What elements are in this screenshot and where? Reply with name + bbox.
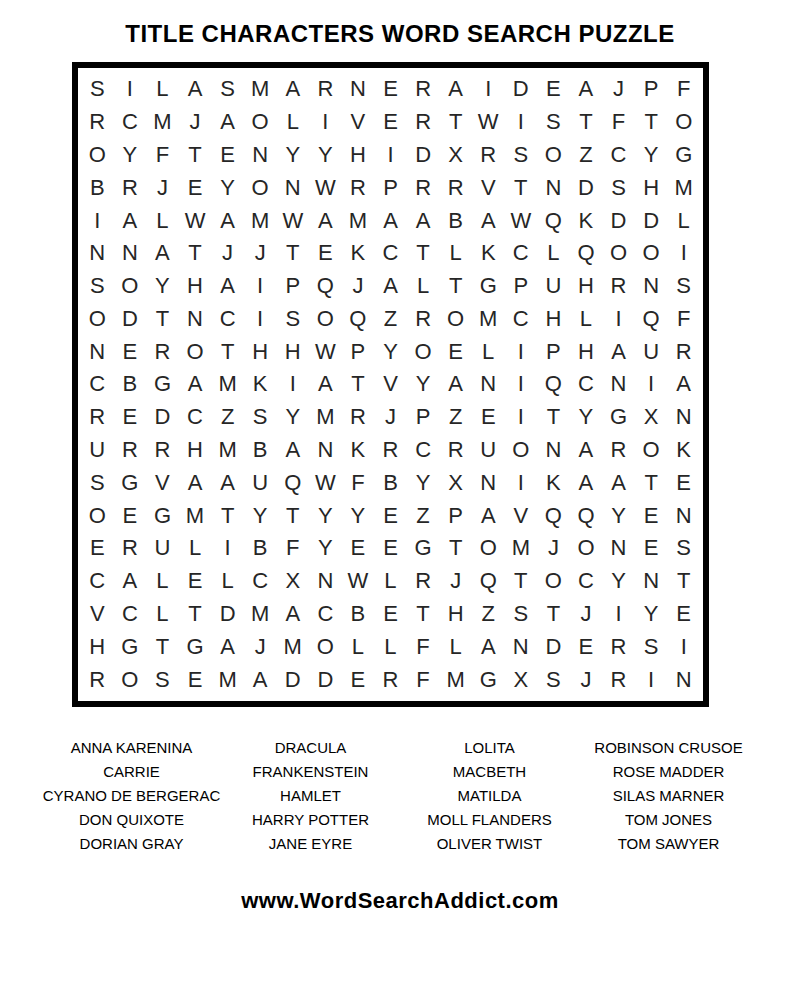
- grid-cell-r3c19[interactable]: G: [667, 139, 700, 172]
- grid-cell-r4c12[interactable]: R: [439, 171, 472, 204]
- grid-cell-r13c16[interactable]: A: [570, 466, 603, 499]
- grid-cell-r3c7[interactable]: Y: [276, 139, 309, 172]
- grid-cell-r11c7[interactable]: Y: [276, 401, 309, 434]
- grid-cell-r15c4[interactable]: L: [179, 532, 212, 565]
- grid-cell-r14c8[interactable]: Y: [309, 499, 342, 532]
- grid-cell-r10c9[interactable]: T: [342, 368, 375, 401]
- grid-cell-r13c18[interactable]: T: [635, 466, 668, 499]
- grid-cell-r1c6[interactable]: M: [244, 73, 277, 106]
- grid-cell-r6c13[interactable]: K: [472, 237, 505, 270]
- grid-cell-r11c4[interactable]: C: [179, 401, 212, 434]
- grid-cell-r15c18[interactable]: E: [635, 532, 668, 565]
- grid-cell-r12c1[interactable]: U: [81, 434, 114, 467]
- grid-cell-r7c3[interactable]: Y: [146, 270, 179, 303]
- grid-cell-r12c19[interactable]: K: [667, 434, 700, 467]
- grid-cell-r1c7[interactable]: A: [276, 73, 309, 106]
- grid-cell-r8c17[interactable]: I: [602, 303, 635, 336]
- grid-cell-r8c14[interactable]: C: [505, 303, 538, 336]
- grid-cell-r13c8[interactable]: W: [309, 466, 342, 499]
- grid-cell-r10c14[interactable]: I: [505, 368, 538, 401]
- grid-cell-r1c1[interactable]: S: [81, 73, 114, 106]
- grid-cell-r12c7[interactable]: A: [276, 434, 309, 467]
- grid-cell-r18c1[interactable]: H: [81, 630, 114, 663]
- grid-cell-r15c13[interactable]: O: [472, 532, 505, 565]
- grid-cell-r17c11[interactable]: T: [407, 598, 440, 631]
- grid-cell-r2c17[interactable]: F: [602, 106, 635, 139]
- grid-cell-r3c10[interactable]: I: [374, 139, 407, 172]
- grid-cell-r2c10[interactable]: E: [374, 106, 407, 139]
- grid-cell-r19c19[interactable]: N: [667, 663, 700, 696]
- grid-cell-r12c2[interactable]: R: [114, 434, 147, 467]
- grid-cell-r8c8[interactable]: O: [309, 303, 342, 336]
- grid-cell-r7c7[interactable]: P: [276, 270, 309, 303]
- grid-cell-r9c14[interactable]: I: [505, 335, 538, 368]
- grid-cell-r18c5[interactable]: A: [211, 630, 244, 663]
- grid-cell-r4c17[interactable]: S: [602, 171, 635, 204]
- grid-cell-r4c13[interactable]: V: [472, 171, 505, 204]
- grid-cell-r4c15[interactable]: N: [537, 171, 570, 204]
- grid-cell-r8c1[interactable]: O: [81, 303, 114, 336]
- grid-cell-r5c1[interactable]: I: [81, 204, 114, 237]
- grid-cell-r8c10[interactable]: Z: [374, 303, 407, 336]
- grid-cell-r2c15[interactable]: S: [537, 106, 570, 139]
- grid-cell-r18c9[interactable]: L: [342, 630, 375, 663]
- grid-cell-r17c5[interactable]: D: [211, 598, 244, 631]
- grid-cell-r19c9[interactable]: E: [342, 663, 375, 696]
- grid-cell-r19c11[interactable]: F: [407, 663, 440, 696]
- grid-cell-r4c4[interactable]: E: [179, 171, 212, 204]
- grid-cell-r10c7[interactable]: I: [276, 368, 309, 401]
- grid-cell-r3c9[interactable]: H: [342, 139, 375, 172]
- grid-cell-r18c13[interactable]: A: [472, 630, 505, 663]
- grid-cell-r15c16[interactable]: O: [570, 532, 603, 565]
- grid-cell-r9c17[interactable]: A: [602, 335, 635, 368]
- grid-cell-r5c19[interactable]: L: [667, 204, 700, 237]
- grid-cell-r12c12[interactable]: R: [439, 434, 472, 467]
- grid-cell-r15c7[interactable]: F: [276, 532, 309, 565]
- grid-cell-r9c9[interactable]: P: [342, 335, 375, 368]
- grid-cell-r6c15[interactable]: L: [537, 237, 570, 270]
- grid-cell-r7c9[interactable]: J: [342, 270, 375, 303]
- grid-cell-r6c4[interactable]: T: [179, 237, 212, 270]
- grid-cell-r12c10[interactable]: R: [374, 434, 407, 467]
- grid-cell-r17c1[interactable]: V: [81, 598, 114, 631]
- grid-cell-r15c5[interactable]: I: [211, 532, 244, 565]
- grid-cell-r7c17[interactable]: R: [602, 270, 635, 303]
- grid-cell-r18c8[interactable]: O: [309, 630, 342, 663]
- grid-cell-r2c13[interactable]: W: [472, 106, 505, 139]
- grid-cell-r7c8[interactable]: Q: [309, 270, 342, 303]
- grid-cell-r10c2[interactable]: B: [114, 368, 147, 401]
- grid-cell-r11c6[interactable]: S: [244, 401, 277, 434]
- grid-cell-r11c3[interactable]: D: [146, 401, 179, 434]
- grid-cell-r6c1[interactable]: N: [81, 237, 114, 270]
- grid-cell-r15c1[interactable]: E: [81, 532, 114, 565]
- grid-cell-r10c10[interactable]: V: [374, 368, 407, 401]
- grid-cell-r5c16[interactable]: K: [570, 204, 603, 237]
- grid-cell-r6c11[interactable]: T: [407, 237, 440, 270]
- grid-cell-r16c5[interactable]: L: [211, 565, 244, 598]
- grid-cell-r6c14[interactable]: C: [505, 237, 538, 270]
- grid-cell-r5c14[interactable]: W: [505, 204, 538, 237]
- grid-cell-r2c5[interactable]: A: [211, 106, 244, 139]
- grid-cell-r17c4[interactable]: T: [179, 598, 212, 631]
- grid-cell-r7c11[interactable]: L: [407, 270, 440, 303]
- grid-cell-r12c17[interactable]: R: [602, 434, 635, 467]
- grid-cell-r3c6[interactable]: N: [244, 139, 277, 172]
- grid-cell-r11c2[interactable]: E: [114, 401, 147, 434]
- grid-cell-r7c13[interactable]: G: [472, 270, 505, 303]
- grid-cell-r9c7[interactable]: H: [276, 335, 309, 368]
- grid-cell-r1c11[interactable]: R: [407, 73, 440, 106]
- grid-cell-r10c6[interactable]: K: [244, 368, 277, 401]
- grid-cell-r12c4[interactable]: H: [179, 434, 212, 467]
- grid-cell-r11c14[interactable]: I: [505, 401, 538, 434]
- grid-cell-r18c10[interactable]: L: [374, 630, 407, 663]
- grid-cell-r4c8[interactable]: W: [309, 171, 342, 204]
- grid-cell-r13c5[interactable]: A: [211, 466, 244, 499]
- grid-cell-r3c4[interactable]: T: [179, 139, 212, 172]
- grid-cell-r18c6[interactable]: J: [244, 630, 277, 663]
- grid-cell-r14c14[interactable]: V: [505, 499, 538, 532]
- grid-cell-r5c11[interactable]: A: [407, 204, 440, 237]
- grid-cell-r7c16[interactable]: H: [570, 270, 603, 303]
- grid-cell-r3c3[interactable]: F: [146, 139, 179, 172]
- grid-cell-r1c10[interactable]: E: [374, 73, 407, 106]
- grid-cell-r5c3[interactable]: L: [146, 204, 179, 237]
- grid-cell-r6c8[interactable]: E: [309, 237, 342, 270]
- grid-cell-r17c8[interactable]: C: [309, 598, 342, 631]
- grid-cell-r18c3[interactable]: T: [146, 630, 179, 663]
- grid-cell-r14c13[interactable]: A: [472, 499, 505, 532]
- grid-cell-r18c17[interactable]: R: [602, 630, 635, 663]
- grid-cell-r13c14[interactable]: I: [505, 466, 538, 499]
- grid-cell-r14c12[interactable]: P: [439, 499, 472, 532]
- grid-cell-r12c14[interactable]: O: [505, 434, 538, 467]
- grid-cell-r15c17[interactable]: N: [602, 532, 635, 565]
- grid-cell-r16c9[interactable]: W: [342, 565, 375, 598]
- grid-cell-r10c17[interactable]: N: [602, 368, 635, 401]
- grid-cell-r1c2[interactable]: I: [114, 73, 147, 106]
- grid-cell-r9c10[interactable]: Y: [374, 335, 407, 368]
- grid-cell-r16c10[interactable]: L: [374, 565, 407, 598]
- grid-cell-r6c5[interactable]: J: [211, 237, 244, 270]
- grid-cell-r8c16[interactable]: L: [570, 303, 603, 336]
- grid-cell-r10c15[interactable]: Q: [537, 368, 570, 401]
- grid-cell-r14c1[interactable]: O: [81, 499, 114, 532]
- grid-cell-r4c5[interactable]: Y: [211, 171, 244, 204]
- grid-cell-r2c6[interactable]: O: [244, 106, 277, 139]
- grid-cell-r13c12[interactable]: X: [439, 466, 472, 499]
- grid-cell-r3c15[interactable]: O: [537, 139, 570, 172]
- grid-cell-r19c16[interactable]: J: [570, 663, 603, 696]
- grid-cell-r8c11[interactable]: R: [407, 303, 440, 336]
- grid-cell-r14c16[interactable]: Q: [570, 499, 603, 532]
- grid-cell-r17c15[interactable]: T: [537, 598, 570, 631]
- grid-cell-r6c10[interactable]: C: [374, 237, 407, 270]
- grid-cell-r1c18[interactable]: P: [635, 73, 668, 106]
- grid-cell-r11c19[interactable]: N: [667, 401, 700, 434]
- grid-cell-r13c3[interactable]: V: [146, 466, 179, 499]
- grid-cell-r4c10[interactable]: P: [374, 171, 407, 204]
- grid-cell-r6c6[interactable]: J: [244, 237, 277, 270]
- grid-cell-r18c4[interactable]: G: [179, 630, 212, 663]
- grid-cell-r10c3[interactable]: G: [146, 368, 179, 401]
- grid-cell-r19c4[interactable]: E: [179, 663, 212, 696]
- grid-cell-r16c13[interactable]: Q: [472, 565, 505, 598]
- grid-cell-r18c14[interactable]: N: [505, 630, 538, 663]
- grid-cell-r5c18[interactable]: D: [635, 204, 668, 237]
- grid-cell-r4c7[interactable]: N: [276, 171, 309, 204]
- grid-cell-r16c3[interactable]: L: [146, 565, 179, 598]
- grid-cell-r10c11[interactable]: Y: [407, 368, 440, 401]
- grid-cell-r2c16[interactable]: T: [570, 106, 603, 139]
- grid-cell-r14c17[interactable]: Y: [602, 499, 635, 532]
- grid-cell-r11c12[interactable]: Z: [439, 401, 472, 434]
- grid-cell-r10c1[interactable]: C: [81, 368, 114, 401]
- grid-cell-r16c12[interactable]: J: [439, 565, 472, 598]
- grid-cell-r17c16[interactable]: J: [570, 598, 603, 631]
- grid-cell-r5c10[interactable]: A: [374, 204, 407, 237]
- grid-cell-r16c19[interactable]: T: [667, 565, 700, 598]
- grid-cell-r3c2[interactable]: Y: [114, 139, 147, 172]
- grid-cell-r2c7[interactable]: L: [276, 106, 309, 139]
- grid-cell-r8c9[interactable]: Q: [342, 303, 375, 336]
- grid-cell-r5c5[interactable]: A: [211, 204, 244, 237]
- grid-cell-r8c12[interactable]: O: [439, 303, 472, 336]
- grid-cell-r8c2[interactable]: D: [114, 303, 147, 336]
- grid-cell-r17c3[interactable]: L: [146, 598, 179, 631]
- grid-cell-r17c14[interactable]: S: [505, 598, 538, 631]
- grid-cell-r6c2[interactable]: N: [114, 237, 147, 270]
- grid-cell-r16c18[interactable]: N: [635, 565, 668, 598]
- grid-cell-r7c5[interactable]: A: [211, 270, 244, 303]
- grid-cell-r7c14[interactable]: P: [505, 270, 538, 303]
- grid-cell-r11c11[interactable]: P: [407, 401, 440, 434]
- grid-cell-r2c14[interactable]: I: [505, 106, 538, 139]
- grid-cell-r19c3[interactable]: S: [146, 663, 179, 696]
- grid-cell-r10c4[interactable]: A: [179, 368, 212, 401]
- grid-cell-r12c11[interactable]: C: [407, 434, 440, 467]
- grid-cell-r11c18[interactable]: X: [635, 401, 668, 434]
- grid-cell-r14c5[interactable]: T: [211, 499, 244, 532]
- grid-cell-r17c18[interactable]: Y: [635, 598, 668, 631]
- grid-cell-r15c19[interactable]: S: [667, 532, 700, 565]
- grid-cell-r9c2[interactable]: E: [114, 335, 147, 368]
- grid-cell-r14c3[interactable]: G: [146, 499, 179, 532]
- grid-cell-r9c16[interactable]: H: [570, 335, 603, 368]
- grid-cell-r6c19[interactable]: I: [667, 237, 700, 270]
- grid-cell-r11c5[interactable]: Z: [211, 401, 244, 434]
- grid-cell-r18c11[interactable]: F: [407, 630, 440, 663]
- grid-cell-r11c16[interactable]: Y: [570, 401, 603, 434]
- grid-cell-r1c17[interactable]: J: [602, 73, 635, 106]
- grid-cell-r13c1[interactable]: S: [81, 466, 114, 499]
- grid-cell-r7c10[interactable]: A: [374, 270, 407, 303]
- grid-cell-r15c3[interactable]: U: [146, 532, 179, 565]
- grid-cell-r7c4[interactable]: H: [179, 270, 212, 303]
- grid-cell-r7c15[interactable]: U: [537, 270, 570, 303]
- grid-cell-r3c1[interactable]: O: [81, 139, 114, 172]
- grid-cell-r16c15[interactable]: O: [537, 565, 570, 598]
- grid-cell-r2c8[interactable]: I: [309, 106, 342, 139]
- grid-cell-r2c4[interactable]: J: [179, 106, 212, 139]
- grid-cell-r11c9[interactable]: R: [342, 401, 375, 434]
- grid-cell-r11c1[interactable]: R: [81, 401, 114, 434]
- grid-cell-r19c7[interactable]: D: [276, 663, 309, 696]
- grid-cell-r13c17[interactable]: A: [602, 466, 635, 499]
- grid-cell-r15c2[interactable]: R: [114, 532, 147, 565]
- grid-cell-r5c12[interactable]: B: [439, 204, 472, 237]
- grid-cell-r6c17[interactable]: O: [602, 237, 635, 270]
- grid-cell-r6c9[interactable]: K: [342, 237, 375, 270]
- grid-cell-r18c7[interactable]: M: [276, 630, 309, 663]
- grid-cell-r1c5[interactable]: S: [211, 73, 244, 106]
- grid-cell-r8c13[interactable]: M: [472, 303, 505, 336]
- grid-cell-r4c11[interactable]: R: [407, 171, 440, 204]
- grid-cell-r6c7[interactable]: T: [276, 237, 309, 270]
- grid-cell-r18c18[interactable]: S: [635, 630, 668, 663]
- grid-cell-r17c19[interactable]: E: [667, 598, 700, 631]
- grid-cell-r8c15[interactable]: H: [537, 303, 570, 336]
- grid-cell-r16c6[interactable]: C: [244, 565, 277, 598]
- grid-cell-r12c16[interactable]: A: [570, 434, 603, 467]
- grid-cell-r1c15[interactable]: E: [537, 73, 570, 106]
- grid-cell-r14c9[interactable]: Y: [342, 499, 375, 532]
- grid-cell-r8c19[interactable]: F: [667, 303, 700, 336]
- grid-cell-r18c2[interactable]: G: [114, 630, 147, 663]
- grid-cell-r9c5[interactable]: T: [211, 335, 244, 368]
- grid-cell-r16c2[interactable]: A: [114, 565, 147, 598]
- grid-cell-r2c9[interactable]: V: [342, 106, 375, 139]
- grid-cell-r8c4[interactable]: N: [179, 303, 212, 336]
- grid-cell-r16c14[interactable]: T: [505, 565, 538, 598]
- grid-cell-r4c2[interactable]: R: [114, 171, 147, 204]
- grid-cell-r4c18[interactable]: H: [635, 171, 668, 204]
- grid-cell-r18c19[interactable]: I: [667, 630, 700, 663]
- grid-cell-r11c15[interactable]: T: [537, 401, 570, 434]
- grid-cell-r4c16[interactable]: D: [570, 171, 603, 204]
- grid-cell-r3c13[interactable]: R: [472, 139, 505, 172]
- grid-cell-r6c16[interactable]: Q: [570, 237, 603, 270]
- grid-cell-r2c19[interactable]: O: [667, 106, 700, 139]
- grid-cell-r9c1[interactable]: N: [81, 335, 114, 368]
- grid-cell-r1c3[interactable]: L: [146, 73, 179, 106]
- grid-cell-r1c16[interactable]: A: [570, 73, 603, 106]
- grid-cell-r19c14[interactable]: X: [505, 663, 538, 696]
- grid-cell-r9c11[interactable]: O: [407, 335, 440, 368]
- grid-cell-r1c13[interactable]: I: [472, 73, 505, 106]
- grid-cell-r3c14[interactable]: S: [505, 139, 538, 172]
- grid-cell-r16c11[interactable]: R: [407, 565, 440, 598]
- grid-cell-r13c11[interactable]: Y: [407, 466, 440, 499]
- grid-cell-r2c2[interactable]: C: [114, 106, 147, 139]
- grid-cell-r12c9[interactable]: K: [342, 434, 375, 467]
- grid-cell-r9c18[interactable]: U: [635, 335, 668, 368]
- grid-cell-r11c13[interactable]: E: [472, 401, 505, 434]
- grid-cell-r17c17[interactable]: I: [602, 598, 635, 631]
- grid-cell-r6c18[interactable]: O: [635, 237, 668, 270]
- grid-cell-r16c4[interactable]: E: [179, 565, 212, 598]
- grid-cell-r11c8[interactable]: M: [309, 401, 342, 434]
- grid-cell-r4c19[interactable]: M: [667, 171, 700, 204]
- grid-cell-r12c18[interactable]: O: [635, 434, 668, 467]
- grid-cell-r3c8[interactable]: Y: [309, 139, 342, 172]
- grid-cell-r18c15[interactable]: D: [537, 630, 570, 663]
- grid-cell-r9c4[interactable]: O: [179, 335, 212, 368]
- grid-cell-r12c3[interactable]: R: [146, 434, 179, 467]
- grid-cell-r14c15[interactable]: Q: [537, 499, 570, 532]
- grid-cell-r10c12[interactable]: A: [439, 368, 472, 401]
- grid-cell-r3c17[interactable]: C: [602, 139, 635, 172]
- grid-cell-r19c17[interactable]: R: [602, 663, 635, 696]
- grid-cell-r5c15[interactable]: Q: [537, 204, 570, 237]
- grid-cell-r16c16[interactable]: C: [570, 565, 603, 598]
- grid-cell-r7c18[interactable]: N: [635, 270, 668, 303]
- grid-cell-r5c8[interactable]: A: [309, 204, 342, 237]
- grid-cell-r19c18[interactable]: I: [635, 663, 668, 696]
- grid-cell-r13c4[interactable]: A: [179, 466, 212, 499]
- grid-cell-r1c14[interactable]: D: [505, 73, 538, 106]
- grid-cell-r9c15[interactable]: P: [537, 335, 570, 368]
- grid-cell-r5c2[interactable]: A: [114, 204, 147, 237]
- grid-cell-r1c9[interactable]: N: [342, 73, 375, 106]
- grid-cell-r15c14[interactable]: M: [505, 532, 538, 565]
- grid-cell-r12c6[interactable]: B: [244, 434, 277, 467]
- grid-cell-r7c19[interactable]: S: [667, 270, 700, 303]
- grid-cell-r14c19[interactable]: N: [667, 499, 700, 532]
- grid-cell-r14c4[interactable]: M: [179, 499, 212, 532]
- grid-cell-r10c19[interactable]: A: [667, 368, 700, 401]
- grid-cell-r19c5[interactable]: M: [211, 663, 244, 696]
- grid-cell-r10c8[interactable]: A: [309, 368, 342, 401]
- grid-cell-r7c6[interactable]: I: [244, 270, 277, 303]
- grid-cell-r12c13[interactable]: U: [472, 434, 505, 467]
- grid-cell-r10c16[interactable]: C: [570, 368, 603, 401]
- grid-cell-r3c18[interactable]: Y: [635, 139, 668, 172]
- grid-cell-r1c4[interactable]: A: [179, 73, 212, 106]
- grid-cell-r13c9[interactable]: F: [342, 466, 375, 499]
- grid-cell-r6c12[interactable]: L: [439, 237, 472, 270]
- grid-cell-r15c12[interactable]: T: [439, 532, 472, 565]
- grid-cell-r8c3[interactable]: T: [146, 303, 179, 336]
- grid-cell-r17c12[interactable]: H: [439, 598, 472, 631]
- grid-cell-r17c7[interactable]: A: [276, 598, 309, 631]
- grid-cell-r4c3[interactable]: J: [146, 171, 179, 204]
- grid-cell-r7c2[interactable]: O: [114, 270, 147, 303]
- grid-cell-r3c12[interactable]: X: [439, 139, 472, 172]
- grid-cell-r15c8[interactable]: Y: [309, 532, 342, 565]
- grid-cell-r2c1[interactable]: R: [81, 106, 114, 139]
- grid-cell-r19c10[interactable]: R: [374, 663, 407, 696]
- grid-cell-r3c16[interactable]: Z: [570, 139, 603, 172]
- grid-cell-r13c7[interactable]: Q: [276, 466, 309, 499]
- grid-cell-r9c13[interactable]: L: [472, 335, 505, 368]
- grid-cell-r15c6[interactable]: B: [244, 532, 277, 565]
- grid-cell-r16c7[interactable]: X: [276, 565, 309, 598]
- grid-cell-r5c7[interactable]: W: [276, 204, 309, 237]
- grid-cell-r10c18[interactable]: I: [635, 368, 668, 401]
- grid-cell-r7c1[interactable]: S: [81, 270, 114, 303]
- grid-cell-r10c5[interactable]: M: [211, 368, 244, 401]
- grid-cell-r17c2[interactable]: C: [114, 598, 147, 631]
- grid-cell-r6c3[interactable]: A: [146, 237, 179, 270]
- grid-cell-r4c14[interactable]: T: [505, 171, 538, 204]
- grid-cell-r11c10[interactable]: J: [374, 401, 407, 434]
- grid-cell-r16c8[interactable]: N: [309, 565, 342, 598]
- grid-cell-r9c8[interactable]: W: [309, 335, 342, 368]
- grid-cell-r14c7[interactable]: T: [276, 499, 309, 532]
